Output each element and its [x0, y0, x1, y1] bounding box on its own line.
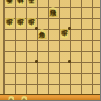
- piece-kanji: 角: [38, 31, 46, 39]
- board-square[interactable]: [26, 73, 37, 84]
- board-square[interactable]: [26, 62, 37, 73]
- board-square[interactable]: 飛: [48, 7, 59, 18]
- board-square[interactable]: [70, 73, 81, 84]
- board-square[interactable]: [48, 51, 59, 62]
- board-square[interactable]: [15, 73, 26, 84]
- board-square[interactable]: [81, 7, 92, 18]
- board-square[interactable]: [26, 40, 37, 51]
- board-square[interactable]: [81, 40, 92, 51]
- board-square[interactable]: [81, 62, 92, 73]
- board-square[interactable]: [70, 7, 81, 18]
- board-square[interactable]: [92, 73, 101, 84]
- board-square[interactable]: [48, 40, 59, 51]
- board-square[interactable]: [4, 73, 15, 84]
- shogi-piece-rook[interactable]: 飛: [49, 7, 58, 17]
- piece-kanji: 飛: [49, 9, 57, 17]
- board-square[interactable]: [4, 7, 15, 18]
- board-square[interactable]: [92, 62, 101, 73]
- piece-kanji: 歩: [16, 18, 24, 26]
- board-square[interactable]: 歩: [59, 29, 70, 40]
- board-square[interactable]: [81, 29, 92, 40]
- board-square[interactable]: [92, 18, 101, 29]
- board-square[interactable]: [15, 7, 26, 18]
- board-square[interactable]: [92, 51, 101, 62]
- board-square[interactable]: [59, 73, 70, 84]
- shogi-piece-pawn[interactable]: 歩: [60, 29, 69, 39]
- board-square[interactable]: [70, 62, 81, 73]
- piece-kanji: 歩: [5, 18, 13, 26]
- piece-kanji: [22, 98, 26, 100]
- shogi-app-screenshot: 香桂玉飛歩歩歩角歩: [0, 0, 100, 100]
- board-square[interactable]: [15, 40, 26, 51]
- board-square[interactable]: [59, 7, 70, 18]
- piece-kanji: 玉: [27, 0, 35, 4]
- board-square[interactable]: [59, 40, 70, 51]
- piece-kanji: [9, 98, 13, 100]
- board-square[interactable]: [37, 40, 48, 51]
- board-square[interactable]: 歩: [4, 18, 15, 29]
- board-square[interactable]: 歩: [15, 18, 26, 29]
- board-square[interactable]: [92, 40, 101, 51]
- star-point: [68, 27, 71, 30]
- board-square[interactable]: [37, 62, 48, 73]
- board-square[interactable]: [70, 51, 81, 62]
- board-square[interactable]: [15, 62, 26, 73]
- shogi-piece-knight[interactable]: 桂: [16, 0, 25, 6]
- board-square[interactable]: [4, 51, 15, 62]
- board-square[interactable]: [81, 73, 92, 84]
- star-point: [35, 60, 38, 63]
- board-square[interactable]: 角: [37, 29, 48, 40]
- board-square[interactable]: [26, 7, 37, 18]
- star-point: [35, 27, 38, 30]
- board-square[interactable]: [81, 18, 92, 29]
- board-square[interactable]: [37, 7, 48, 18]
- shogi-board: 香桂玉飛歩歩歩角歩: [4, 0, 101, 95]
- board-square[interactable]: [81, 51, 92, 62]
- piece-kanji: 桂: [16, 0, 24, 4]
- board-square[interactable]: [59, 62, 70, 73]
- board-square[interactable]: [37, 18, 48, 29]
- board-square[interactable]: [26, 29, 37, 40]
- board-square[interactable]: [70, 29, 81, 40]
- board-square[interactable]: [48, 29, 59, 40]
- board-square[interactable]: [92, 7, 101, 18]
- shogi-piece-king[interactable]: 玉: [27, 0, 36, 6]
- board-square[interactable]: [4, 40, 15, 51]
- shogi-piece-pawn[interactable]: 歩: [27, 18, 36, 28]
- board-square[interactable]: [48, 62, 59, 73]
- piece-kanji: 歩: [60, 29, 68, 37]
- board-square[interactable]: [48, 73, 59, 84]
- piece-kanji: 歩: [27, 18, 35, 26]
- board-square[interactable]: [4, 62, 15, 73]
- star-point: [68, 60, 71, 63]
- shogi-piece-pawn[interactable]: 歩: [5, 18, 14, 28]
- board-square[interactable]: [4, 29, 15, 40]
- shogi-piece-lance[interactable]: 香: [5, 0, 14, 6]
- board-square[interactable]: [70, 40, 81, 51]
- board-square[interactable]: [37, 73, 48, 84]
- board-square[interactable]: [15, 51, 26, 62]
- board-square[interactable]: [92, 29, 101, 40]
- shogi-piece-bishop[interactable]: 角: [38, 29, 47, 39]
- shogi-piece-pawn[interactable]: 歩: [16, 18, 25, 28]
- piece-stand[interactable]: [0, 94, 100, 101]
- board-square[interactable]: [70, 18, 81, 29]
- board-square[interactable]: [48, 18, 59, 29]
- board-square[interactable]: [37, 51, 48, 62]
- board-square[interactable]: [15, 29, 26, 40]
- piece-kanji: 香: [5, 0, 13, 4]
